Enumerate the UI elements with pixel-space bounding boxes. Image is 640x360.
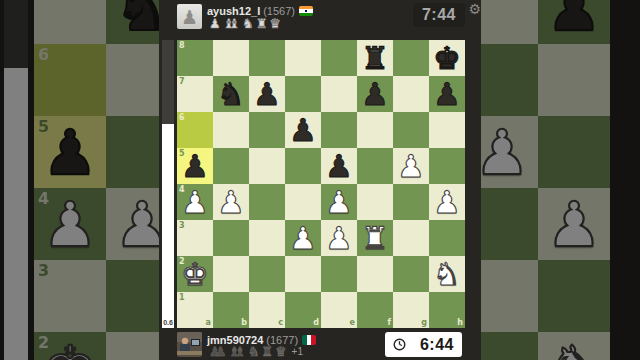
bg-square-a2: 2♚ [34,332,106,360]
bg-square-h5 [538,116,610,188]
square-f1[interactable]: f [357,292,393,328]
bg-rank-label-2: 2 [38,334,49,352]
eval-value: 0.6 [162,319,174,326]
square-d5[interactable] [285,148,321,184]
captured-white-rook: ♜ [256,18,268,30]
bg-rank-label-6: 6 [38,46,49,64]
square-d8[interactable] [285,40,321,76]
square-e8[interactable] [321,40,357,76]
captured-black-knight: ♞ [248,346,260,358]
square-d6[interactable]: ♟ [285,112,321,148]
square-f3[interactable]: ♜ [357,220,393,256]
square-e7[interactable] [321,76,357,112]
square-a4[interactable]: 4♟ [177,184,213,220]
square-g6[interactable] [393,112,429,148]
rank-label-4: 4 [179,185,185,194]
square-c6[interactable] [249,112,285,148]
piece-white-pawn: ♟ [285,220,321,256]
square-g3[interactable] [393,220,429,256]
square-d4[interactable] [285,184,321,220]
piece-black-pawn: ♟ [321,148,357,184]
bg-piece-white-knight: ♞ [538,332,610,360]
square-b3[interactable] [213,220,249,256]
square-h2[interactable]: ♞ [429,256,465,292]
app-root: 8♜♚7♞♟♟♟6♟5♟♟♟4♟♟♟♟3♟♟♜2♚♞1abcdefgh ♟ ay… [0,0,640,360]
piece-white-pawn: ♟ [321,220,357,256]
bottom-player-bar: jmn590724(1677) ♟♟♝♝♞♜♛+1 6:44 [159,330,481,360]
bottom-captured-tray: ♟♟♝♝♞♜♛+1 [207,346,303,358]
piece-black-pawn: ♟ [285,112,321,148]
chess-board[interactable]: 8♜♚7♞♟♟♟6♟5♟♟♟4♟♟♟♟3♟♟♜2♚♞1abcdefgh [177,40,465,328]
square-c3[interactable] [249,220,285,256]
bg-square-a6: 6 [34,44,106,116]
square-f7[interactable]: ♟ [357,76,393,112]
piece-black-pawn: ♟ [249,76,285,112]
bottom-player-avatar[interactable] [177,332,202,357]
bg-square-a4: 4♟ [34,188,106,260]
bg-square-h3 [538,260,610,332]
square-d3[interactable]: ♟ [285,220,321,256]
square-g1[interactable]: g [393,292,429,328]
bg-rank-label-3: 3 [38,262,49,280]
piece-white-pawn: ♟ [213,184,249,220]
bg-square-h6 [538,44,610,116]
square-c1[interactable]: c [249,292,285,328]
bottom-avatar-photo [177,332,202,357]
square-c5[interactable] [249,148,285,184]
clock-icon [393,338,406,351]
top-captured-tray: ♟♝♝♞♜♛ [207,18,281,30]
square-h8[interactable]: ♚ [429,40,465,76]
file-label-a: a [206,318,211,327]
top-player-bar: ♟ ayush12_I(1567) ♟♝♝♞♜♛ 7:44 ⚙ [159,0,481,36]
square-a5[interactable]: 5♟ [177,148,213,184]
square-c8[interactable] [249,40,285,76]
piece-white-pawn: ♟ [321,184,357,220]
game-panel: ♟ ayush12_I(1567) ♟♝♝♞♜♛ 7:44 ⚙ 0.6 8♜♚7… [159,0,481,360]
rank-label-2: 2 [179,257,185,266]
square-e4[interactable]: ♟ [321,184,357,220]
piece-white-rook: ♜ [357,220,393,256]
bg-square-a7: 7 [34,0,106,44]
eval-bar-black [162,40,174,124]
eval-bar-white: 0.6 [162,124,174,328]
square-b7[interactable]: ♞ [213,76,249,112]
square-b6[interactable] [213,112,249,148]
square-h5[interactable] [429,148,465,184]
piece-black-pawn: ♟ [357,76,393,112]
rank-label-8: 8 [179,41,185,50]
file-label-b: b [241,318,247,327]
square-b2[interactable] [213,256,249,292]
square-e2[interactable] [321,256,357,292]
material-advantage: +1 [292,346,303,358]
file-label-f: f [388,318,391,327]
rank-label-7: 7 [179,77,185,86]
square-f8[interactable]: ♜ [357,40,393,76]
top-player-avatar[interactable]: ♟ [177,4,202,29]
bg-square-a5: 5♟ [34,116,106,188]
piece-white-pawn: ♟ [429,184,465,220]
square-c4[interactable] [249,184,285,220]
square-g5[interactable]: ♟ [393,148,429,184]
square-f6[interactable] [357,112,393,148]
background-eval-black [4,0,28,68]
square-c2[interactable] [249,256,285,292]
bg-square-h7: ♟ [538,0,610,44]
bg-piece-black-pawn: ♟ [538,0,610,44]
file-label-e: e [350,318,355,327]
mexico-flag-icon [302,335,316,345]
square-d2[interactable] [285,256,321,292]
captured-white-bishop: ♝ [228,18,240,30]
square-b8[interactable] [213,40,249,76]
square-h4[interactable]: ♟ [429,184,465,220]
bg-rank-label-4: 4 [38,190,49,208]
square-h3[interactable] [429,220,465,256]
rank-label-1: 1 [179,293,185,302]
square-f2[interactable] [357,256,393,292]
background-eval-white [4,68,28,360]
piece-black-pawn: ♟ [429,76,465,112]
square-e5[interactable]: ♟ [321,148,357,184]
india-flag-icon [299,6,313,16]
square-g7[interactable] [393,76,429,112]
square-a6[interactable]: 6 [177,112,213,148]
captured-black-pawn: ♟ [215,346,227,358]
square-d7[interactable] [285,76,321,112]
file-label-d: d [313,318,319,327]
square-b5[interactable] [213,148,249,184]
square-g4[interactable] [393,184,429,220]
piece-black-rook: ♜ [357,40,393,76]
gear-icon[interactable]: ⚙ [468,1,481,17]
square-g2[interactable] [393,256,429,292]
square-a8[interactable]: 8 [177,40,213,76]
captured-black-queen: ♛ [275,346,287,358]
file-label-c: c [278,318,283,327]
top-player-clock: 7:44 [413,3,465,27]
square-e6[interactable] [321,112,357,148]
square-c7[interactable]: ♟ [249,76,285,112]
rank-label-3: 3 [179,221,185,230]
square-b1[interactable]: b [213,292,249,328]
file-label-g: g [421,318,427,327]
square-g8[interactable] [393,40,429,76]
square-f5[interactable] [357,148,393,184]
captured-white-pawn: ♟ [209,18,221,30]
piece-black-knight: ♞ [213,76,249,112]
square-h6[interactable] [429,112,465,148]
square-e1[interactable]: e [321,292,357,328]
captured-black-bishop: ♝ [234,346,246,358]
captured-white-knight: ♞ [242,18,254,30]
bg-square-a3: 3 [34,260,106,332]
bg-square-h4: ♟ [538,188,610,260]
square-f4[interactable] [357,184,393,220]
square-a7[interactable]: 7 [177,76,213,112]
eval-bar: 0.6 [162,40,174,328]
bottom-clock-time: 6:44 [420,336,454,354]
file-label-h: h [457,318,463,327]
square-a1[interactable]: 1a [177,292,213,328]
captured-white-queen: ♛ [269,18,281,30]
rank-label-6: 6 [179,113,185,122]
square-h1[interactable]: h [429,292,465,328]
bg-square-h2: ♞ [538,332,610,360]
bottom-player-clock: 6:44 [385,332,462,357]
square-d1[interactable]: d [285,292,321,328]
square-b4[interactable]: ♟ [213,184,249,220]
bg-rank-label-5: 5 [38,118,49,136]
captured-black-rook: ♜ [261,346,273,358]
bg-piece-white-pawn: ♟ [538,188,610,260]
square-a2[interactable]: 2♚ [177,256,213,292]
background-eval-bar [4,0,28,360]
piece-black-king: ♚ [429,40,465,76]
square-e3[interactable]: ♟ [321,220,357,256]
piece-white-pawn: ♟ [393,148,429,184]
square-h7[interactable]: ♟ [429,76,465,112]
piece-white-knight: ♞ [429,256,465,292]
square-a3[interactable]: 3 [177,220,213,256]
rank-label-5: 5 [179,149,185,158]
